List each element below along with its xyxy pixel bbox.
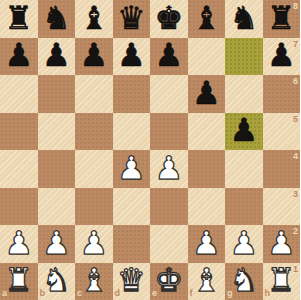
square-g3[interactable] xyxy=(225,188,263,226)
square-a6[interactable] xyxy=(0,75,38,113)
piece-black-pawn[interactable]: ♟ xyxy=(4,39,33,71)
piece-white-pawn[interactable]: ♟ xyxy=(154,152,183,184)
square-g4[interactable] xyxy=(225,150,263,188)
square-b5[interactable] xyxy=(38,113,76,151)
square-b6[interactable] xyxy=(38,75,76,113)
file-label-g: g xyxy=(227,289,233,298)
square-e1[interactable]: ♚e xyxy=(150,263,188,300)
square-f2[interactable]: ♟ xyxy=(188,225,226,263)
square-f1[interactable]: ♝f xyxy=(188,263,226,300)
square-h1[interactable]: ♜1h xyxy=(263,263,301,300)
piece-black-queen[interactable]: ♛ xyxy=(117,2,146,34)
square-d1[interactable]: ♛d xyxy=(113,263,151,300)
chess-board[interactable]: ♜♞♝♛♚♝♞♜8♟♟♟♟♟♟7♟6♟5♟♟43♟♟♟♟♟♟2♜a♞b♝c♛d♚… xyxy=(0,0,300,300)
square-f7[interactable] xyxy=(188,38,226,76)
square-g2[interactable]: ♟ xyxy=(225,225,263,263)
square-h2[interactable]: ♟2 xyxy=(263,225,301,263)
square-e3[interactable] xyxy=(150,188,188,226)
square-a4[interactable] xyxy=(0,150,38,188)
piece-black-rook[interactable]: ♜ xyxy=(4,2,33,34)
square-d4[interactable]: ♟ xyxy=(113,150,151,188)
square-c4[interactable] xyxy=(75,150,113,188)
file-label-e: e xyxy=(152,289,157,298)
square-f3[interactable] xyxy=(188,188,226,226)
piece-white-pawn[interactable]: ♟ xyxy=(117,152,146,184)
square-c3[interactable] xyxy=(75,188,113,226)
rank-label-2: 2 xyxy=(293,227,298,236)
square-d7[interactable]: ♟ xyxy=(113,38,151,76)
square-g5[interactable]: ♟ xyxy=(225,113,263,151)
square-a1[interactable]: ♜a xyxy=(0,263,38,300)
square-b7[interactable]: ♟ xyxy=(38,38,76,76)
square-a3[interactable] xyxy=(0,188,38,226)
square-b4[interactable] xyxy=(38,150,76,188)
piece-black-pawn[interactable]: ♟ xyxy=(267,39,296,71)
file-label-c: c xyxy=(77,289,82,298)
piece-white-pawn[interactable]: ♟ xyxy=(4,227,33,259)
square-g6[interactable] xyxy=(225,75,263,113)
square-h3[interactable]: 3 xyxy=(263,188,301,226)
square-e8[interactable]: ♚ xyxy=(150,0,188,38)
piece-white-pawn[interactable]: ♟ xyxy=(192,227,221,259)
piece-white-bishop[interactable]: ♝ xyxy=(79,264,108,296)
file-label-f: f xyxy=(190,289,193,298)
piece-black-king[interactable]: ♚ xyxy=(154,2,183,34)
square-e6[interactable] xyxy=(150,75,188,113)
piece-black-pawn[interactable]: ♟ xyxy=(117,39,146,71)
square-b8[interactable]: ♞ xyxy=(38,0,76,38)
piece-black-bishop[interactable]: ♝ xyxy=(79,2,108,34)
piece-white-queen[interactable]: ♛ xyxy=(117,264,146,296)
square-d5[interactable] xyxy=(113,113,151,151)
square-h7[interactable]: ♟7 xyxy=(263,38,301,76)
piece-black-pawn[interactable]: ♟ xyxy=(192,77,221,109)
piece-black-pawn[interactable]: ♟ xyxy=(229,114,258,146)
square-a5[interactable] xyxy=(0,113,38,151)
rank-label-3: 3 xyxy=(293,190,298,199)
square-e2[interactable] xyxy=(150,225,188,263)
piece-white-king[interactable]: ♚ xyxy=(154,264,183,296)
file-label-h: h xyxy=(265,289,271,298)
square-c2[interactable]: ♟ xyxy=(75,225,113,263)
square-h5[interactable]: 5 xyxy=(263,113,301,151)
square-e4[interactable]: ♟ xyxy=(150,150,188,188)
square-g8[interactable]: ♞ xyxy=(225,0,263,38)
square-a7[interactable]: ♟ xyxy=(0,38,38,76)
square-b1[interactable]: ♞b xyxy=(38,263,76,300)
square-d6[interactable] xyxy=(113,75,151,113)
piece-white-knight[interactable]: ♞ xyxy=(42,264,71,296)
piece-black-pawn[interactable]: ♟ xyxy=(79,39,108,71)
piece-white-pawn[interactable]: ♟ xyxy=(229,227,258,259)
square-c7[interactable]: ♟ xyxy=(75,38,113,76)
file-label-a: a xyxy=(2,289,7,298)
square-d8[interactable]: ♛ xyxy=(113,0,151,38)
file-label-d: d xyxy=(115,289,121,298)
rank-label-8: 8 xyxy=(293,2,298,11)
square-c1[interactable]: ♝c xyxy=(75,263,113,300)
square-c6[interactable] xyxy=(75,75,113,113)
piece-white-pawn[interactable]: ♟ xyxy=(42,227,71,259)
square-d3[interactable] xyxy=(113,188,151,226)
piece-white-bishop[interactable]: ♝ xyxy=(192,264,221,296)
square-f5[interactable] xyxy=(188,113,226,151)
piece-black-knight[interactable]: ♞ xyxy=(42,2,71,34)
piece-black-pawn[interactable]: ♟ xyxy=(42,39,71,71)
piece-white-pawn[interactable]: ♟ xyxy=(267,227,296,259)
piece-white-pawn[interactable]: ♟ xyxy=(79,227,108,259)
piece-white-rook[interactable]: ♜ xyxy=(267,264,296,296)
square-f4[interactable] xyxy=(188,150,226,188)
square-h4[interactable]: 4 xyxy=(263,150,301,188)
square-h8[interactable]: ♜8 xyxy=(263,0,301,38)
rank-label-5: 5 xyxy=(293,115,298,124)
file-label-b: b xyxy=(40,289,46,298)
piece-black-knight[interactable]: ♞ xyxy=(229,2,258,34)
square-g7[interactable] xyxy=(225,38,263,76)
square-g1[interactable]: ♞g xyxy=(225,263,263,300)
rank-label-1: 1 xyxy=(293,265,298,274)
square-b2[interactable]: ♟ xyxy=(38,225,76,263)
square-f6[interactable]: ♟ xyxy=(188,75,226,113)
square-f8[interactable]: ♝ xyxy=(188,0,226,38)
square-a2[interactable]: ♟ xyxy=(0,225,38,263)
piece-black-bishop[interactable]: ♝ xyxy=(192,2,221,34)
piece-white-rook[interactable]: ♜ xyxy=(4,264,33,296)
piece-white-knight[interactable]: ♞ xyxy=(229,264,258,296)
rank-label-4: 4 xyxy=(293,152,298,161)
square-a8[interactable]: ♜ xyxy=(0,0,38,38)
square-h6[interactable]: 6 xyxy=(263,75,301,113)
piece-black-pawn[interactable]: ♟ xyxy=(154,39,183,71)
square-c8[interactable]: ♝ xyxy=(75,0,113,38)
square-d2[interactable] xyxy=(113,225,151,263)
piece-black-rook[interactable]: ♜ xyxy=(267,2,296,34)
square-e5[interactable] xyxy=(150,113,188,151)
square-b3[interactable] xyxy=(38,188,76,226)
square-c5[interactable] xyxy=(75,113,113,151)
square-e7[interactable]: ♟ xyxy=(150,38,188,76)
rank-label-7: 7 xyxy=(293,40,298,49)
rank-label-6: 6 xyxy=(293,77,298,86)
